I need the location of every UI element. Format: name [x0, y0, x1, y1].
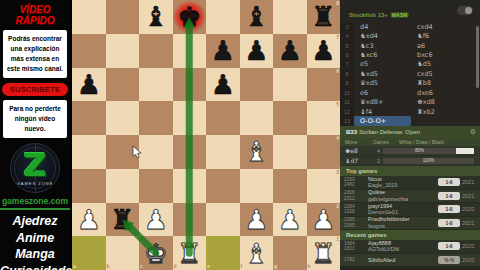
black-rating: 2012: [344, 196, 355, 201]
opening-code: B33: [346, 129, 357, 135]
move-list-scrollbar[interactable]: [476, 26, 479, 88]
result-segment-white: [456, 148, 474, 154]
move-white-10[interactable]: e6: [354, 88, 411, 97]
left-sidebar: VÍDEO RÁPIDO Podrás encontrar una explic…: [0, 0, 72, 270]
move-number: 3: [340, 22, 354, 31]
explorer-move-row-e8[interactable]: ♚e8480%: [340, 146, 480, 156]
square-a1[interactable]: a: [72, 236, 106, 270]
engine-toggle[interactable]: [457, 6, 473, 15]
white-rating: 2284: [344, 204, 355, 209]
chess-board[interactable]: ♝♚♝♜8♟♟♟♟7♟♟65♝43♟♜♟♟♟♟2ab♚c♜de♝fg♜h1: [72, 0, 340, 270]
top-game-row[interactable]: 23062012Quiksegabrielgomezfsa1-02021: [340, 190, 480, 204]
rank-label-6: 6: [336, 69, 339, 74]
move-row-5: 5♞c3a6: [340, 41, 480, 50]
square-e4[interactable]: [206, 135, 240, 169]
white-pawn-a2[interactable]: ♟: [77, 206, 101, 233]
square-c3[interactable]: [139, 169, 173, 203]
result-badge: 1-0: [438, 219, 460, 227]
black-pawn-g7[interactable]: ♟: [278, 37, 302, 64]
square-g2[interactable]: ♟: [273, 203, 307, 237]
site-url: gameszone.com: [0, 196, 70, 206]
black-bishop-f8[interactable]: ♝: [244, 3, 268, 30]
file-label-h: h: [308, 264, 311, 269]
move-black-5[interactable]: a6: [411, 41, 480, 50]
sidebar-menu: AjedrezAnimeMangaCuriosidades16 Personal…: [0, 213, 70, 270]
result-segment-black: 100%: [383, 158, 474, 164]
black-pawn-e6[interactable]: ♟: [211, 71, 235, 98]
result-badge: 1-0: [438, 205, 460, 213]
black-pawn-e7[interactable]: ♟: [211, 37, 235, 64]
square-h5[interactable]: 5: [307, 101, 341, 135]
square-g6[interactable]: [273, 68, 307, 102]
recent-games-header: Recent games: [340, 230, 480, 240]
black-player: Eagle_2019: [368, 182, 436, 188]
square-c1[interactable]: ♚c: [139, 236, 173, 270]
move-row-11: 11♛xd8+♚xd8: [340, 98, 480, 107]
move-white-13[interactable]: O-O-O+: [354, 116, 411, 125]
move-number: 7: [340, 60, 354, 69]
square-b3[interactable]: [106, 169, 140, 203]
game-year: 2020: [462, 206, 480, 212]
black-pawn-f7[interactable]: ♟: [244, 37, 268, 64]
result-segment-black: 80%: [383, 148, 456, 154]
top-game-row[interactable]: 22841928jpayr1994Demon0e011-02020: [340, 203, 480, 217]
move-white-12[interactable]: ♝f4: [354, 107, 411, 116]
square-c8[interactable]: ♝: [139, 0, 173, 34]
square-h3[interactable]: 3: [307, 169, 341, 203]
explorer-move: ♝d7: [345, 157, 371, 164]
square-b4[interactable]: [106, 135, 140, 169]
top-game-row[interactable]: 23992482NicusEagle_20191-02021: [340, 176, 480, 190]
game-year: 2020: [462, 257, 480, 263]
move-number: 5: [340, 41, 354, 50]
recent-game-row[interactable]: 16841823Ajay8888AGToliLVDM1-02020: [340, 240, 480, 254]
game-year: 2021: [462, 220, 480, 226]
square-b5[interactable]: [106, 101, 140, 135]
file-label-d: d: [174, 264, 177, 269]
square-e6[interactable]: ♟: [206, 68, 240, 102]
square-a8[interactable]: [72, 0, 106, 34]
explorer-tab-white-draw-black[interactable]: White / Draw / Black: [399, 139, 480, 145]
move-list: 3d4cxd44♞xd4♞f65♞c3a66♞xc6bxc67e5♞d58♞xd…: [340, 22, 480, 126]
green-divider: [0, 208, 70, 210]
game-year: 2020: [462, 243, 480, 249]
square-f4[interactable]: ♝: [240, 135, 274, 169]
player-names: SilitifoAlted: [368, 257, 436, 263]
result-badge: 1-0: [438, 192, 460, 200]
channel-logo: Z GAMES ZONE: [10, 143, 60, 193]
explorer-result-bar: 80%: [383, 148, 474, 154]
move-row-6: 6♞xc6bxc6: [340, 50, 480, 59]
square-c7[interactable]: [139, 34, 173, 68]
square-d1[interactable]: ♜d: [173, 236, 207, 270]
square-e7[interactable]: ♟: [206, 34, 240, 68]
square-d6[interactable]: [173, 68, 207, 102]
black-rating: 1823: [344, 246, 355, 251]
move-row-9: 9♛xd5♜b8: [340, 79, 480, 88]
square-a7[interactable]: [72, 34, 106, 68]
square-e8[interactable]: [206, 0, 240, 34]
move-black-6[interactable]: bxc6: [411, 50, 480, 59]
top-game-row[interactable]: 20952065FriedhofsblonderIsugrot1-02021: [340, 217, 480, 231]
ratings: 23992482: [344, 177, 368, 188]
move-black-8[interactable]: cxd5: [411, 69, 480, 78]
result-badge: ½-½: [438, 256, 460, 264]
white-rating: 2399: [344, 177, 355, 182]
square-b1[interactable]: b: [106, 236, 140, 270]
explorer-result-bar: 100%: [383, 158, 474, 164]
promo-text-2: Para no perderte ningún vídeo nuevo.: [3, 100, 67, 138]
square-b2[interactable]: ♜: [106, 203, 140, 237]
move-white-4[interactable]: ♞xd4: [354, 31, 411, 40]
white-rook-h1[interactable]: ♜: [311, 240, 335, 267]
opening-explorer: MoveGamesWhite / Draw / Black ♚e8480%♝d7…: [340, 138, 480, 166]
move-black-3[interactable]: cxd4: [411, 22, 480, 31]
square-g3[interactable]: [273, 169, 307, 203]
analysis-panel: Stockfish 13+WASM in local browser 3d4cx…: [340, 0, 480, 270]
square-c6[interactable]: [139, 68, 173, 102]
square-d3[interactable]: [173, 169, 207, 203]
black-bishop-c8[interactable]: ♝: [144, 3, 168, 30]
square-c5[interactable]: [139, 101, 173, 135]
black-rook-b2[interactable]: ♜: [110, 206, 134, 233]
opening-name-bar: B33Sicilian Defense: Open ⚙: [340, 126, 480, 138]
move-black-10[interactable]: dxe6: [411, 88, 480, 97]
sidebar-title: VÍDEO RÁPIDO: [0, 4, 70, 26]
move-number: 8: [340, 69, 354, 78]
ratings: 22841928: [344, 204, 368, 215]
move-row-12: 12♝f4♜xb2: [340, 107, 480, 116]
player-names: Quiksegabrielgomezfsa: [368, 189, 436, 202]
engine-chip: WASM: [390, 12, 410, 18]
move-white-5[interactable]: ♞c3: [354, 41, 411, 50]
move-row-4: 4♞xd4♞f6: [340, 31, 480, 40]
square-h8[interactable]: ♜8: [307, 0, 341, 34]
explorer-move: ♚e8: [345, 147, 371, 154]
move-white-9[interactable]: ♛xd5: [354, 79, 411, 88]
square-d4[interactable]: [173, 135, 207, 169]
black-rating: 2482: [344, 182, 355, 187]
move-white-11[interactable]: ♛xd8+: [354, 98, 411, 107]
white-player: SilitifoAlted: [368, 257, 436, 263]
logo-caption: GAMES ZONE: [11, 181, 59, 186]
square-b7[interactable]: [106, 34, 140, 68]
move-row-10: 10e6dxe6: [340, 88, 480, 97]
black-pawn-h7[interactable]: ♟: [311, 37, 335, 64]
square-g7[interactable]: ♟: [273, 34, 307, 68]
black-rook-h8[interactable]: ♜: [311, 3, 335, 30]
white-pawn-f2[interactable]: ♟: [244, 206, 268, 233]
move-number: 4: [340, 31, 354, 40]
square-c2[interactable]: ♟: [139, 203, 173, 237]
square-e5[interactable]: [206, 101, 240, 135]
square-g4[interactable]: [273, 135, 307, 169]
white-king-c1[interactable]: ♚: [144, 240, 168, 267]
engine-header: Stockfish 13+WASM in local browser: [340, 0, 480, 22]
result-badge: 1-0: [438, 178, 460, 186]
rank-label-7: 7: [336, 35, 339, 40]
explorer-move-row-d7[interactable]: ♝d72100%: [340, 156, 480, 166]
square-h7[interactable]: ♟7: [307, 34, 341, 68]
file-label-b: b: [107, 264, 110, 269]
move-number: 9: [340, 79, 354, 88]
sidebar-menu-item-anime: Anime: [0, 230, 70, 247]
ratings: 16841823: [344, 241, 368, 252]
move-black-12[interactable]: ♜xb2: [411, 107, 480, 116]
ratings: 20952065: [344, 217, 368, 228]
sidebar-menu-item-ajedrez: Ajedrez: [0, 213, 70, 230]
square-g8[interactable]: [273, 0, 307, 34]
game-year: 2021: [462, 179, 480, 185]
square-h1[interactable]: ♜h1: [307, 236, 341, 270]
rank-label-5: 5: [336, 102, 339, 107]
move-row-3: 3d4cxd4: [340, 22, 480, 31]
rank-label-8: 8: [336, 1, 339, 6]
engine-name: Stockfish 13+: [349, 12, 388, 18]
rank-label-2: 2: [336, 204, 339, 209]
square-b8[interactable]: [106, 0, 140, 34]
move-number: 10: [340, 88, 354, 97]
move-number: 13: [340, 116, 354, 125]
move-black-9[interactable]: ♜b8: [411, 79, 480, 88]
move-black-4[interactable]: ♞f6: [411, 31, 480, 40]
player-names: jpayr1994Demon0e01: [368, 203, 436, 216]
file-label-g: g: [274, 264, 277, 269]
white-bishop-f4[interactable]: ♝: [244, 138, 268, 165]
explorer-game-count: 2: [371, 158, 383, 164]
move-row-13: 13O-O-O+: [340, 116, 480, 125]
square-a2[interactable]: ♟: [72, 203, 106, 237]
white-pawn-g2[interactable]: ♟: [278, 206, 302, 233]
move-number: 6: [340, 50, 354, 59]
black-rating: 2065: [344, 223, 355, 228]
move-white-3[interactable]: d4: [354, 22, 411, 31]
video-frame: VÍDEO RÁPIDO Podrás encontrar una explic…: [0, 0, 480, 270]
promo-text-1: Podrás encontrar una explicación más ext…: [3, 30, 67, 78]
explorer-tab-move[interactable]: Move: [345, 139, 373, 145]
ratings: 1792: [344, 257, 368, 263]
square-e2[interactable]: [206, 203, 240, 237]
black-player: AGToliLVDM: [368, 246, 436, 252]
move-black-11[interactable]: ♚xd8: [411, 98, 480, 107]
ratings: 23062012: [344, 190, 368, 201]
move-row-7: 7e5♞d5: [340, 60, 480, 69]
opening-title: Sicilian Defense: Open: [359, 129, 420, 135]
sidebar-menu-item-curiosidades: Curiosidades: [0, 263, 70, 270]
square-f2[interactable]: ♟: [240, 203, 274, 237]
file-label-e: e: [207, 264, 210, 269]
white-rating: 1792: [344, 257, 355, 262]
white-rating: 1684: [344, 241, 355, 246]
square-a3[interactable]: [72, 169, 106, 203]
square-h6[interactable]: 6: [307, 68, 341, 102]
black-rating: 1928: [344, 209, 355, 214]
black-player: Demon0e01: [368, 209, 436, 215]
recent-game-row[interactable]: 1792SilitifoAlted½-½2020: [340, 254, 480, 268]
black-player: gabrielgomezfsa: [368, 196, 436, 202]
white-bishop-f1[interactable]: ♝: [244, 240, 268, 267]
explorer-tab-games[interactable]: Games: [373, 139, 399, 145]
result-badge: 1-0: [438, 242, 460, 250]
square-f7[interactable]: ♟: [240, 34, 274, 68]
file-label-c: c: [140, 264, 143, 269]
white-rating: 2095: [344, 217, 355, 222]
explorer-column-headers: MoveGamesWhite / Draw / Black: [340, 138, 480, 146]
square-h2[interactable]: ♟2: [307, 203, 341, 237]
square-d2[interactable]: [173, 203, 207, 237]
square-f3[interactable]: [240, 169, 274, 203]
square-f8[interactable]: ♝: [240, 0, 274, 34]
black-pawn-a6[interactable]: ♟: [77, 71, 101, 98]
top-games-header: Top games: [340, 166, 480, 176]
rank-label-4: 4: [336, 136, 339, 141]
sidebar-menu-item-manga: Manga: [0, 246, 70, 263]
square-a4[interactable]: [72, 135, 106, 169]
rank-label-3: 3: [336, 170, 339, 175]
white-rook-d1[interactable]: ♜: [177, 240, 201, 267]
square-f1[interactable]: ♝f: [240, 236, 274, 270]
white-rating: 2306: [344, 190, 355, 195]
explorer-game-count: 4: [371, 148, 383, 154]
player-names: Ajay8888AGToliLVDM: [368, 240, 436, 253]
square-g1[interactable]: g: [273, 236, 307, 270]
square-a6[interactable]: ♟: [72, 68, 106, 102]
white-pawn-h2[interactable]: ♟: [311, 206, 335, 233]
move-white-8[interactable]: ♞xd5: [354, 69, 411, 78]
move-number: 12: [340, 107, 354, 116]
file-label-a: a: [73, 264, 76, 269]
black-player: Isugrot: [368, 223, 436, 229]
square-b6[interactable]: [106, 68, 140, 102]
game-year: 2021: [462, 193, 480, 199]
move-white-7[interactable]: e5: [354, 60, 411, 69]
square-f6[interactable]: [240, 68, 274, 102]
move-black-13[interactable]: [411, 116, 480, 125]
square-d5[interactable]: [173, 101, 207, 135]
file-label-f: f: [241, 264, 243, 269]
square-g5[interactable]: [273, 101, 307, 135]
logo-letter: Z: [11, 146, 59, 184]
explorer-settings-gear-icon[interactable]: ⚙: [470, 126, 476, 138]
square-d8[interactable]: ♚: [173, 0, 207, 34]
subscribe-button[interactable]: SUSCRIBETE: [2, 83, 68, 96]
white-pawn-c2[interactable]: ♟: [144, 206, 168, 233]
square-a5[interactable]: [72, 101, 106, 135]
move-white-6[interactable]: ♞xc6: [354, 50, 411, 59]
player-names: FriedhofsblonderIsugrot: [368, 216, 436, 229]
square-c4[interactable]: [139, 135, 173, 169]
black-king-d8[interactable]: ♚: [177, 3, 201, 30]
move-row-8: 8♞xd5cxd5: [340, 69, 480, 78]
rank-label-1: 1: [336, 237, 339, 242]
move-black-7[interactable]: ♞d5: [411, 60, 480, 69]
square-e1[interactable]: e: [206, 236, 240, 270]
square-h4[interactable]: 4: [307, 135, 341, 169]
player-names: NicusEagle_2019: [368, 176, 436, 189]
square-f5[interactable]: [240, 101, 274, 135]
move-number: 11: [340, 98, 354, 107]
square-e3[interactable]: [206, 169, 240, 203]
square-d7[interactable]: [173, 34, 207, 68]
